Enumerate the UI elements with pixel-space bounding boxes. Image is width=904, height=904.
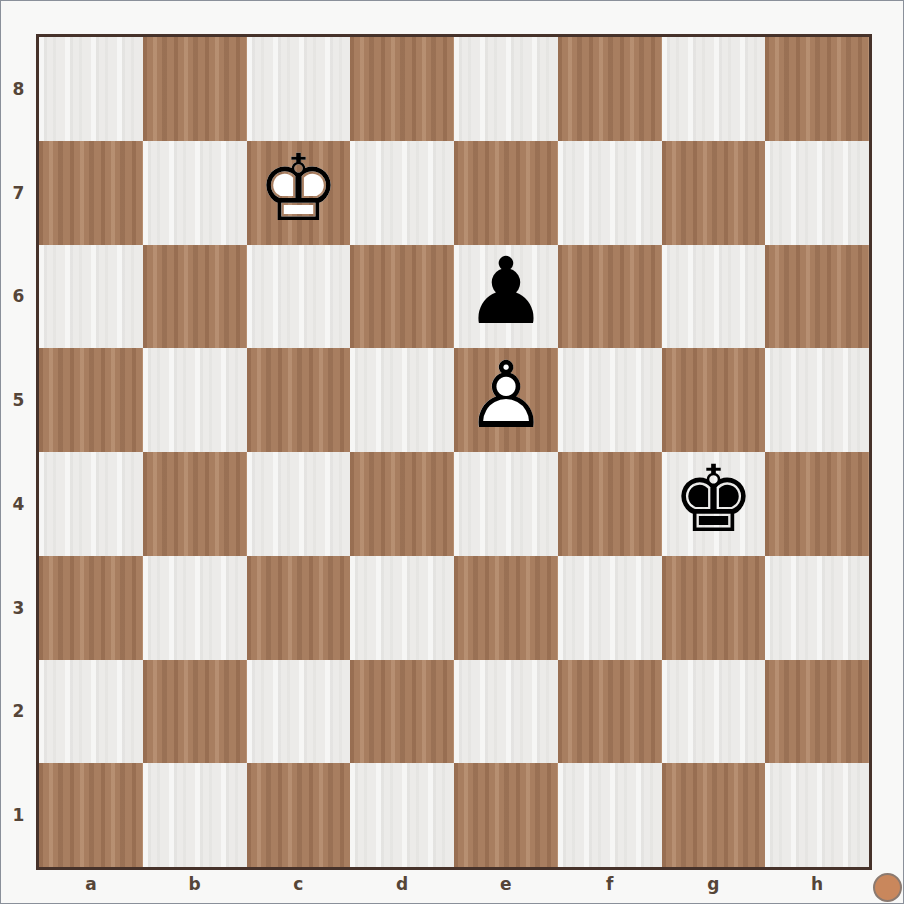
square-c1[interactable] bbox=[247, 763, 351, 867]
file-label-d: d bbox=[350, 871, 454, 897]
black-king-glyph: ♚ bbox=[672, 454, 754, 546]
square-h5[interactable] bbox=[765, 348, 869, 452]
rank-label-7: 7 bbox=[1, 141, 36, 245]
chess-board: ♚♔♟♟♙♚ bbox=[36, 34, 872, 870]
piece-white-pawn[interactable]: ♟♙ bbox=[454, 348, 558, 452]
square-a4[interactable] bbox=[39, 452, 143, 556]
file-label-g: g bbox=[662, 871, 766, 897]
rank-label-4: 4 bbox=[1, 452, 36, 556]
file-label-a: a bbox=[39, 871, 143, 897]
square-c2[interactable] bbox=[247, 660, 351, 764]
square-g4[interactable]: ♚ bbox=[662, 452, 766, 556]
square-c5[interactable] bbox=[247, 348, 351, 452]
square-b5[interactable] bbox=[143, 348, 247, 452]
square-b3[interactable] bbox=[143, 556, 247, 660]
square-a3[interactable] bbox=[39, 556, 143, 660]
square-f4[interactable] bbox=[558, 452, 662, 556]
white-pawn-outline-glyph: ♙ bbox=[465, 350, 547, 442]
square-e3[interactable] bbox=[454, 556, 558, 660]
square-d6[interactable] bbox=[350, 245, 454, 349]
square-b7[interactable] bbox=[143, 141, 247, 245]
file-label-b: b bbox=[143, 871, 247, 897]
square-a1[interactable] bbox=[39, 763, 143, 867]
file-label-h: h bbox=[765, 871, 869, 897]
square-h1[interactable] bbox=[765, 763, 869, 867]
square-f3[interactable] bbox=[558, 556, 662, 660]
file-label-c: c bbox=[247, 871, 351, 897]
square-g8[interactable] bbox=[662, 37, 766, 141]
square-f1[interactable] bbox=[558, 763, 662, 867]
square-h6[interactable] bbox=[765, 245, 869, 349]
square-b1[interactable] bbox=[143, 763, 247, 867]
square-h3[interactable] bbox=[765, 556, 869, 660]
rank-label-5: 5 bbox=[1, 348, 36, 452]
turn-indicator bbox=[873, 873, 902, 902]
square-c6[interactable] bbox=[247, 245, 351, 349]
square-e2[interactable] bbox=[454, 660, 558, 764]
square-d7[interactable] bbox=[350, 141, 454, 245]
rank-label-3: 3 bbox=[1, 556, 36, 660]
rank-label-2: 2 bbox=[1, 660, 36, 764]
black-pawn-glyph: ♟ bbox=[465, 247, 547, 339]
square-e8[interactable] bbox=[454, 37, 558, 141]
square-e1[interactable] bbox=[454, 763, 558, 867]
square-g2[interactable] bbox=[662, 660, 766, 764]
square-g5[interactable] bbox=[662, 348, 766, 452]
white-king-outline-glyph: ♔ bbox=[257, 143, 339, 235]
square-c3[interactable] bbox=[247, 556, 351, 660]
square-d3[interactable] bbox=[350, 556, 454, 660]
square-f2[interactable] bbox=[558, 660, 662, 764]
square-h2[interactable] bbox=[765, 660, 869, 764]
square-e5[interactable]: ♟♙ bbox=[454, 348, 558, 452]
chess-app-window: ♚♔♟♟♙♚ 87654321 abcdefgh bbox=[0, 0, 904, 904]
file-label-e: e bbox=[454, 871, 558, 897]
square-b6[interactable] bbox=[143, 245, 247, 349]
square-f6[interactable] bbox=[558, 245, 662, 349]
square-e6[interactable]: ♟ bbox=[454, 245, 558, 349]
square-a8[interactable] bbox=[39, 37, 143, 141]
piece-white-king[interactable]: ♚♔ bbox=[247, 141, 351, 245]
square-c8[interactable] bbox=[247, 37, 351, 141]
file-label-f: f bbox=[558, 871, 662, 897]
square-a5[interactable] bbox=[39, 348, 143, 452]
square-b4[interactable] bbox=[143, 452, 247, 556]
square-b8[interactable] bbox=[143, 37, 247, 141]
square-d4[interactable] bbox=[350, 452, 454, 556]
square-g3[interactable] bbox=[662, 556, 766, 660]
square-a7[interactable] bbox=[39, 141, 143, 245]
square-f7[interactable] bbox=[558, 141, 662, 245]
square-c4[interactable] bbox=[247, 452, 351, 556]
square-g1[interactable] bbox=[662, 763, 766, 867]
piece-black-king[interactable]: ♚ bbox=[662, 452, 766, 556]
square-a6[interactable] bbox=[39, 245, 143, 349]
square-h7[interactable] bbox=[765, 141, 869, 245]
square-c7[interactable]: ♚♔ bbox=[247, 141, 351, 245]
square-a2[interactable] bbox=[39, 660, 143, 764]
rank-label-6: 6 bbox=[1, 245, 36, 349]
square-e4[interactable] bbox=[454, 452, 558, 556]
square-d1[interactable] bbox=[350, 763, 454, 867]
square-h4[interactable] bbox=[765, 452, 869, 556]
square-g7[interactable] bbox=[662, 141, 766, 245]
square-h8[interactable] bbox=[765, 37, 869, 141]
square-d8[interactable] bbox=[350, 37, 454, 141]
square-b2[interactable] bbox=[143, 660, 247, 764]
square-d5[interactable] bbox=[350, 348, 454, 452]
square-g6[interactable] bbox=[662, 245, 766, 349]
square-f5[interactable] bbox=[558, 348, 662, 452]
square-e7[interactable] bbox=[454, 141, 558, 245]
rank-label-1: 1 bbox=[1, 763, 36, 867]
square-f8[interactable] bbox=[558, 37, 662, 141]
rank-label-8: 8 bbox=[1, 37, 36, 141]
piece-black-pawn[interactable]: ♟ bbox=[454, 245, 558, 349]
square-d2[interactable] bbox=[350, 660, 454, 764]
